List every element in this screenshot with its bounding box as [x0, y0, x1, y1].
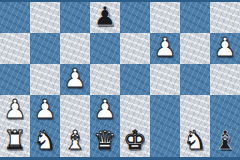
piece-wb-c1: ♝ [63, 126, 86, 156]
piece-wr-a1: ♜ [3, 126, 26, 156]
square-h4[interactable]: ♟ [210, 33, 240, 64]
chess-app-window: ♟♟♟♟♟♟♟♜♞♝♛♚♞♝ [0, 0, 240, 160]
square-a2[interactable]: ♟ [0, 95, 30, 126]
square-d5[interactable]: ♟ [90, 2, 120, 33]
square-g3[interactable] [180, 64, 210, 95]
piece-wn-g1: ♞ [183, 126, 206, 156]
square-c3[interactable]: ♟ [60, 64, 90, 95]
square-e5[interactable] [120, 2, 150, 33]
square-f1[interactable] [150, 126, 180, 157]
square-d1[interactable]: ♛ [90, 126, 120, 157]
square-a3[interactable] [0, 64, 30, 95]
square-g1[interactable]: ♞ [180, 126, 210, 157]
piece-wp-b2: ♟ [33, 95, 56, 125]
square-f5[interactable] [150, 2, 180, 33]
square-d2[interactable]: ♟ [90, 95, 120, 126]
square-h5[interactable] [210, 2, 240, 33]
piece-wp-f4: ♟ [153, 33, 176, 63]
square-c4[interactable] [60, 33, 90, 64]
square-b5[interactable] [30, 2, 60, 33]
piece-wp-d2: ♟ [93, 95, 116, 125]
piece-wp-c3: ♟ [63, 64, 86, 94]
square-c5[interactable] [60, 2, 90, 33]
square-e4[interactable] [120, 33, 150, 64]
piece-wq-d1: ♛ [93, 126, 116, 156]
square-e1[interactable]: ♚ [120, 126, 150, 157]
piece-wp-h4: ♟ [213, 33, 236, 63]
square-b2[interactable]: ♟ [30, 95, 60, 126]
square-h3[interactable] [210, 64, 240, 95]
square-h1[interactable]: ♝ [210, 126, 240, 157]
board-bottom-border [0, 157, 240, 160]
square-b3[interactable] [30, 64, 60, 95]
square-f4[interactable]: ♟ [150, 33, 180, 64]
square-f3[interactable] [150, 64, 180, 95]
square-a5[interactable] [0, 2, 30, 33]
piece-bp-d5: ♟ [93, 2, 116, 32]
square-d3[interactable] [90, 64, 120, 95]
square-a1[interactable]: ♜ [0, 126, 30, 157]
square-g2[interactable] [180, 95, 210, 126]
piece-wk-e1: ♚ [123, 126, 146, 156]
square-c2[interactable] [60, 95, 90, 126]
square-g5[interactable] [180, 2, 210, 33]
square-a4[interactable] [0, 33, 30, 64]
square-g4[interactable] [180, 33, 210, 64]
piece-wn-b1: ♞ [33, 126, 56, 156]
square-b4[interactable] [30, 33, 60, 64]
square-b1[interactable]: ♞ [30, 126, 60, 157]
square-e2[interactable] [120, 95, 150, 126]
chess-board: ♟♟♟♟♟♟♟♜♞♝♛♚♞♝ [0, 2, 240, 157]
square-e3[interactable] [120, 64, 150, 95]
square-f2[interactable] [150, 95, 180, 126]
square-c1[interactable]: ♝ [60, 126, 90, 157]
square-h2[interactable] [210, 95, 240, 126]
square-d4[interactable] [90, 33, 120, 64]
piece-wp-a2: ♟ [3, 95, 26, 125]
piece-bb-h1: ♝ [213, 126, 236, 156]
